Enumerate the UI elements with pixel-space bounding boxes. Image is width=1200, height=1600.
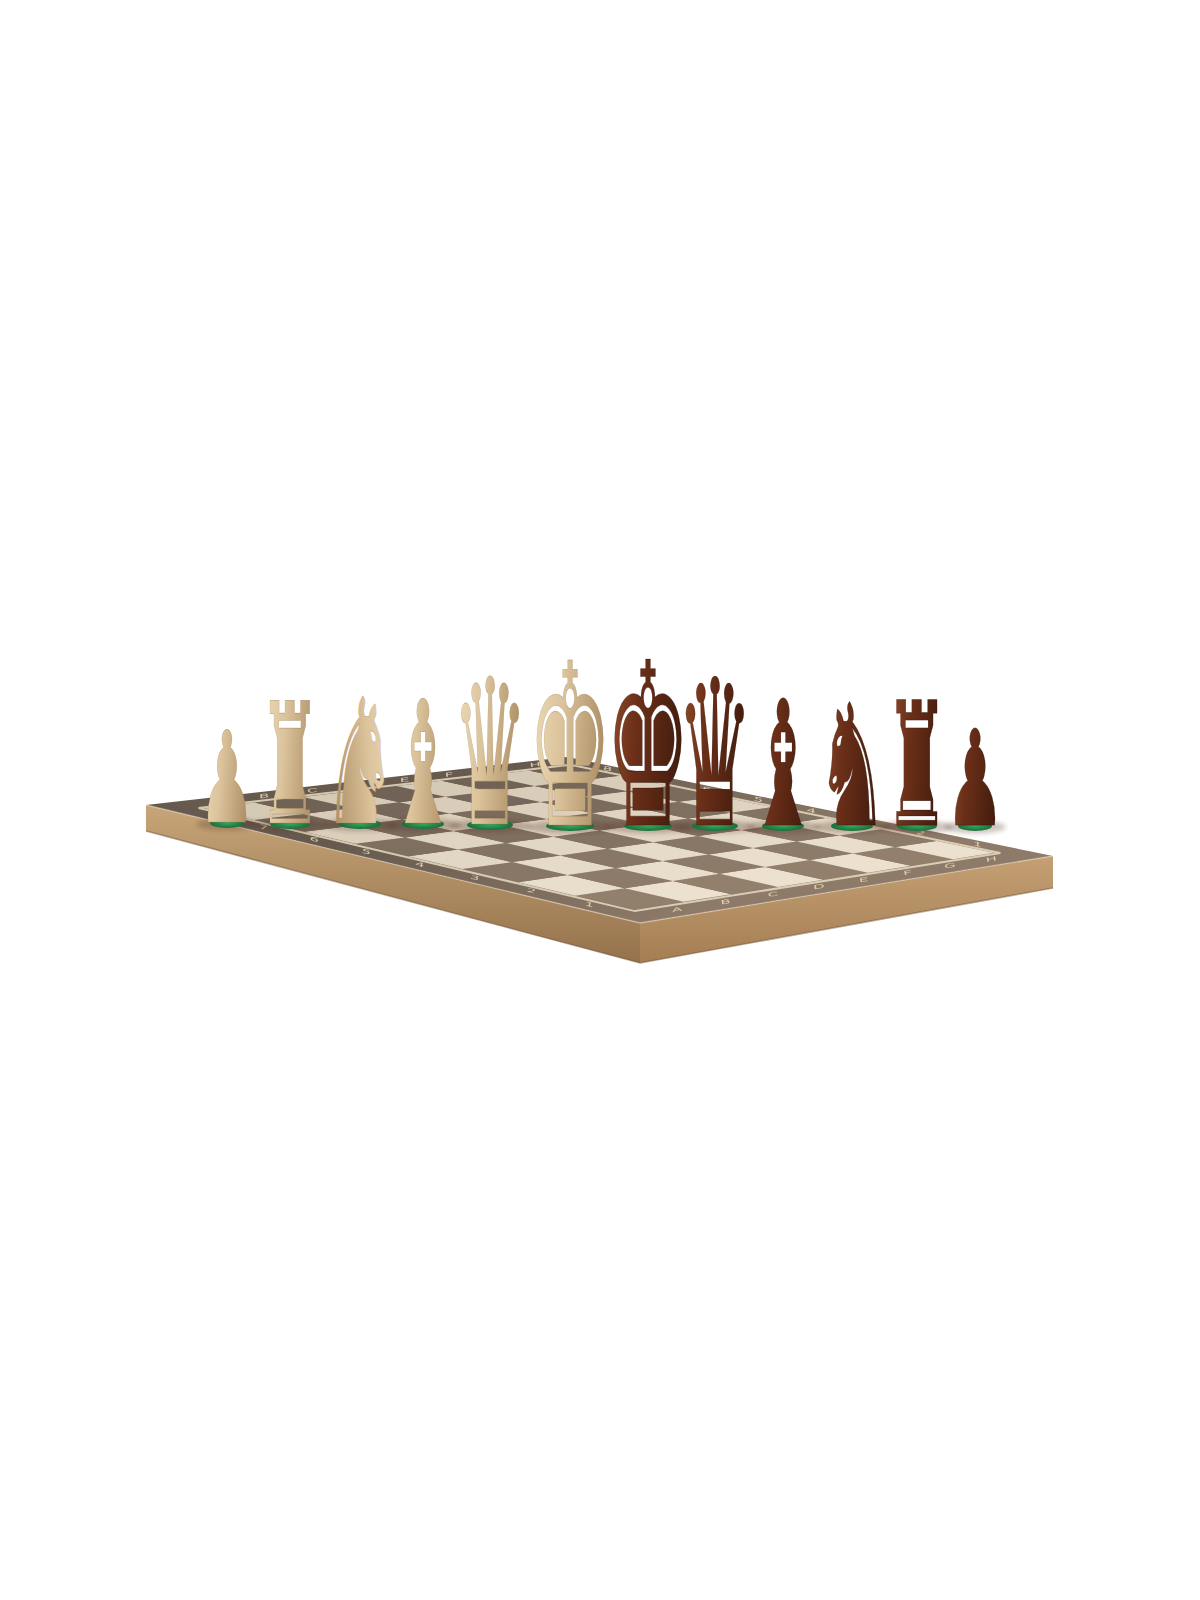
white-king-glyph: ♚ [527,615,612,878]
black-knight-glyph: ♞ [816,668,889,864]
black-pawn-piece: ♟ [944,701,1005,857]
black-bishop-piece: ♝ [745,664,821,866]
black-rook-glyph: ♜ [885,666,950,865]
white-knight-piece: ♞ [322,661,398,864]
chessboard: 1A1A2B2B3C3C4D4D5E5E6F6F7G7G8H8H♟♜♞♝♛♚♚♛… [0,0,1200,1600]
file-label-near-f: F [903,868,913,876]
white-bishop-piece: ♝ [385,664,461,863]
white-bishop-glyph: ♝ [389,664,458,863]
product-photo-scene: 1A1A2B2B3C3C4D4D5E5E6F6F7G7G8H8H♟♜♞♝♛♚♚♛… [0,0,1200,1600]
black-pawn-glyph: ♟ [945,701,1005,857]
white-pawn-piece: ♟ [196,704,257,852]
white-king-piece: ♚ [527,615,613,878]
white-pawn-glyph: ♟ [199,704,256,852]
white-queen-piece: ♛ [449,635,532,872]
white-rook-glyph: ♜ [258,667,321,863]
black-rook-piece: ♜ [881,666,953,865]
black-queen-piece: ♛ [674,636,757,873]
white-knight-glyph: ♞ [323,661,398,864]
black-knight-piece: ♞ [814,668,890,864]
white-queen-glyph: ♛ [452,635,528,872]
file-label-near-e: E [858,875,868,883]
black-bishop-glyph: ♝ [748,664,818,866]
white-rook-piece: ♜ [254,667,326,863]
black-queen-glyph: ♛ [677,636,754,873]
